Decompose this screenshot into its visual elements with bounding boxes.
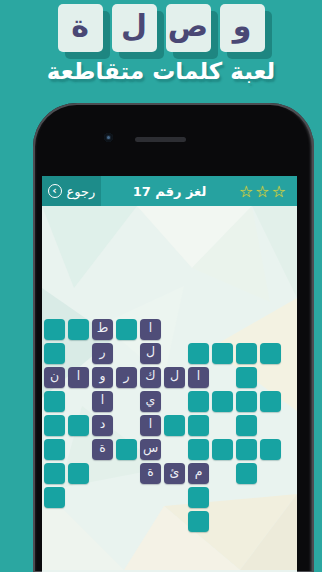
grid-cell-unsolved[interactable]: [116, 439, 137, 460]
grid-cell-unsolved[interactable]: [188, 415, 209, 436]
grid-gap: [164, 511, 185, 532]
grid-gap: [212, 487, 233, 508]
grid-gap: [116, 415, 137, 436]
logo-tile: ص: [166, 4, 211, 52]
grid-gap: [92, 511, 113, 532]
grid-cell-unsolved[interactable]: [212, 391, 233, 412]
grid-cell-letter[interactable]: ل: [164, 367, 185, 388]
grid-gap: [68, 439, 89, 460]
grid-cell-unsolved[interactable]: [44, 343, 65, 364]
grid-gap: [116, 511, 137, 532]
grid-gap: [92, 463, 113, 484]
grid-gap: [92, 487, 113, 508]
grid-cell-unsolved[interactable]: [236, 463, 257, 484]
grid-gap: [68, 391, 89, 412]
grid-cell-unsolved[interactable]: [212, 343, 233, 364]
grid-gap: [164, 487, 185, 508]
phone-speaker-icon: [135, 137, 186, 142]
puzzle-title: لغز رقم 17: [101, 176, 238, 206]
grid-cell-unsolved[interactable]: [188, 343, 209, 364]
grid-cell-unsolved[interactable]: [44, 463, 65, 484]
grid-cell-letter[interactable]: ر: [92, 343, 113, 364]
back-button[interactable]: ‹ رجوع: [42, 176, 101, 206]
grid-cell-unsolved[interactable]: [260, 439, 281, 460]
grid-cell-unsolved[interactable]: [68, 319, 89, 340]
grid-cell-unsolved[interactable]: [44, 319, 65, 340]
logo-letter: و: [233, 11, 252, 45]
grid-gap: [68, 343, 89, 364]
grid-cell-letter[interactable]: ا: [92, 391, 113, 412]
grid-cell-letter[interactable]: ك: [140, 367, 161, 388]
grid-cell-letter[interactable]: ا: [68, 367, 89, 388]
grid-gap: [236, 511, 257, 532]
grid-cell-unsolved[interactable]: [260, 343, 281, 364]
grid-cell-letter[interactable]: و: [92, 367, 113, 388]
grid-cell-letter[interactable]: ل: [140, 343, 161, 364]
grid-cell-unsolved[interactable]: [188, 439, 209, 460]
grid-gap: [68, 487, 89, 508]
logo-tile: ة: [58, 4, 103, 52]
logo-letter: ص: [168, 11, 208, 45]
grid-cell-letter[interactable]: ة: [140, 463, 161, 484]
grid-cell-letter[interactable]: ا: [140, 319, 161, 340]
grid-gap: [212, 367, 233, 388]
grid-gap: [260, 367, 281, 388]
grid-cell-unsolved[interactable]: [236, 415, 257, 436]
grid-cell-unsolved[interactable]: [188, 487, 209, 508]
grid-cell-letter[interactable]: ي: [140, 391, 161, 412]
back-button-label: رجوع: [67, 184, 96, 199]
grid-cell-unsolved[interactable]: [164, 415, 185, 436]
grid-gap: [260, 487, 281, 508]
grid-cell-unsolved[interactable]: [188, 391, 209, 412]
crossword-grid: طارلناوركلاايداةسةئم: [44, 319, 281, 532]
grid-cell-unsolved[interactable]: [44, 415, 65, 436]
star-rating: ☆☆☆: [239, 176, 288, 206]
grid-cell-unsolved[interactable]: [116, 319, 137, 340]
grid-cell-unsolved[interactable]: [236, 367, 257, 388]
grid-cell-letter[interactable]: س: [140, 439, 161, 460]
grid-cell-letter[interactable]: ئ: [164, 463, 185, 484]
grid-cell-letter[interactable]: م: [188, 463, 209, 484]
grid-gap: [236, 487, 257, 508]
grid-cell-unsolved[interactable]: [68, 463, 89, 484]
logo-tile: ل: [112, 4, 157, 52]
phone-camera-icon: [104, 133, 113, 142]
grid-gap: [140, 511, 161, 532]
grid-cell-letter[interactable]: ة: [92, 439, 113, 460]
logo-tile: و: [220, 4, 265, 52]
grid-gap: [116, 463, 137, 484]
grid-cell-unsolved[interactable]: [236, 439, 257, 460]
grid-cell-unsolved[interactable]: [44, 439, 65, 460]
back-chevron-icon: ‹: [48, 184, 62, 198]
grid-gap: [44, 511, 65, 532]
grid-cell-letter[interactable]: ا: [188, 367, 209, 388]
grid-gap: [212, 463, 233, 484]
grid-gap: [140, 487, 161, 508]
grid-cell-letter[interactable]: د: [92, 415, 113, 436]
grid-cell-unsolved[interactable]: [236, 391, 257, 412]
app-store-screenshot: ة ل ص و لعبة كلمات متقاطعة: [0, 0, 322, 572]
grid-cell-unsolved[interactable]: [188, 511, 209, 532]
grid-gap: [212, 511, 233, 532]
grid-gap: [68, 511, 89, 532]
grid-gap: [116, 343, 137, 364]
grid-cell-unsolved[interactable]: [68, 415, 89, 436]
grid-gap: [260, 463, 281, 484]
grid-gap: [236, 319, 257, 340]
grid-cell-letter[interactable]: ط: [92, 319, 113, 340]
grid-cell-unsolved[interactable]: [236, 343, 257, 364]
grid-cell-letter[interactable]: ن: [44, 367, 65, 388]
grid-cell-letter[interactable]: ر: [116, 367, 137, 388]
grid-gap: [260, 511, 281, 532]
grid-gap: [188, 319, 209, 340]
grid-gap: [116, 391, 137, 412]
grid-gap: [212, 319, 233, 340]
grid-gap: [116, 487, 137, 508]
grid-cell-letter[interactable]: ا: [140, 415, 161, 436]
grid-gap: [164, 391, 185, 412]
logo-letter: ة: [71, 11, 89, 45]
grid-cell-unsolved[interactable]: [44, 391, 65, 412]
grid-gap: [164, 439, 185, 460]
grid-gap: [212, 415, 233, 436]
grid-gap: [164, 343, 185, 364]
app-tagline: لعبة كلمات متقاطعة: [0, 58, 322, 84]
grid-cell-unsolved[interactable]: [44, 487, 65, 508]
logo-letter: ل: [121, 11, 147, 45]
puzzle-header-bar: ‹ رجوع لغز رقم 17 ☆☆☆: [42, 176, 297, 206]
grid-cell-unsolved[interactable]: [212, 439, 233, 460]
grid-gap: [260, 319, 281, 340]
app-logo: ة ل ص و: [0, 4, 322, 52]
game-screen: ‹ رجوع لغز رقم 17 ☆☆☆ طارلناوركلاايداةسة…: [42, 176, 297, 572]
grid-cell-unsolved[interactable]: [260, 391, 281, 412]
grid-gap: [164, 319, 185, 340]
grid-gap: [260, 415, 281, 436]
phone-mockup: ‹ رجوع لغز رقم 17 ☆☆☆ طارلناوركلاايداةسة…: [33, 103, 314, 572]
